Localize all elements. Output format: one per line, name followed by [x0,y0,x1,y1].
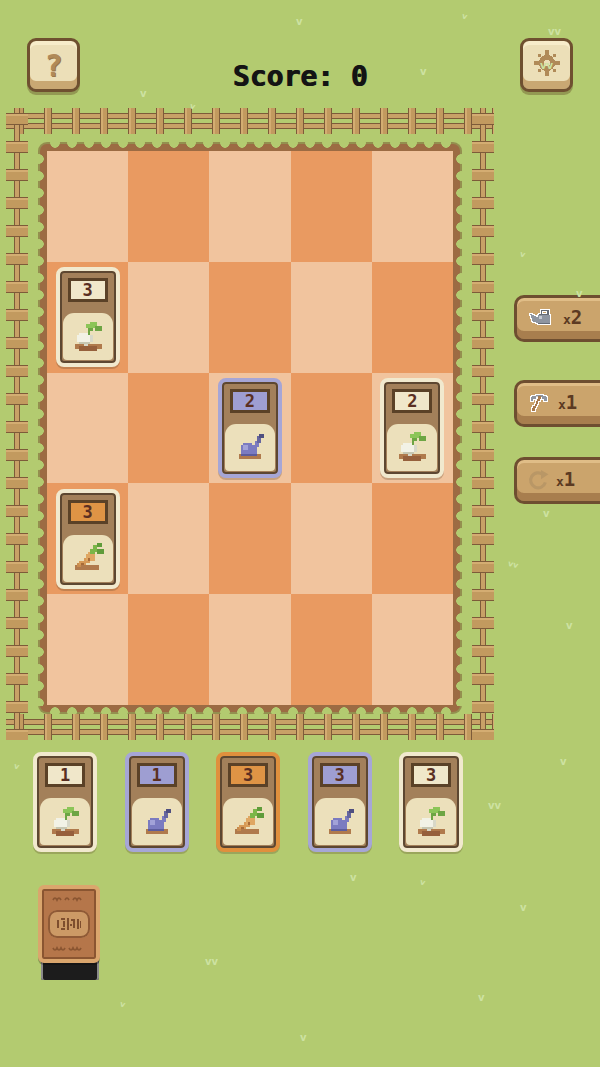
board-cell-r2c0[interactable] [47,373,128,484]
board-cell-r4c2[interactable] [209,594,290,705]
grass-tuft: v [478,992,485,1003]
board-card-eggplant-2[interactable]: 2 [218,378,282,478]
fence-top [6,108,494,134]
card-crop-panel [63,313,113,360]
grass-tuft: v [566,620,573,631]
card-value-plate: 3 [411,763,451,787]
grass-tuft: vv [507,559,519,570]
tool-count: x1 [556,468,575,490]
board-cell-r4c4[interactable] [372,594,453,705]
deck-base [41,960,99,980]
eggplant-icon [322,802,358,842]
hand-card-eggplant-3[interactable]: 3 [308,752,372,852]
pickaxe-icon [526,390,553,417]
grass-tuft: v [350,872,357,883]
board-grid: 3 2 2 3 [47,151,453,705]
settings-button[interactable] [520,38,573,92]
card-value-plate: 3 [68,500,108,524]
gear-icon [532,48,562,82]
deck[interactable] [38,885,100,980]
card-value: 3 [82,280,92,300]
grass-tuft: v [419,878,426,888]
grass-tuft: v [296,16,303,27]
score-label: Score: 0 [0,60,600,93]
grass-tuft: vv [548,26,561,37]
hand-card-eggplant-1[interactable]: 1 [125,752,189,852]
board-cell-r2c1[interactable] [128,373,209,484]
board-cell-r0c2[interactable] [209,151,290,262]
card-value: 3 [82,502,92,522]
board-cell-r4c1[interactable] [128,594,209,705]
board-cell-r0c3[interactable] [291,151,372,262]
tool-count: x1 [558,391,577,413]
board-cell-r3c0[interactable]: 3 [47,483,128,594]
game-screen: ? Score: 0 3 [0,0,600,1067]
fence-bottom [6,714,494,740]
grass-tuft: v [13,762,20,772]
deck-squiggle-top [51,895,87,902]
board-cell-r1c0[interactable]: 3 [47,262,128,373]
hand-card-carrot-3[interactable]: 3 [216,752,280,852]
tool-watering-can-button[interactable]: x2 [514,295,600,342]
deck-squiggle-bottom [51,946,87,953]
tool-pickaxe-button[interactable]: x1 [514,380,600,427]
refresh-icon [526,468,551,493]
card-crop-panel [40,798,90,845]
watering-can-icon [526,307,558,331]
carrot-icon [230,802,266,842]
grass-tuft: v [300,1032,307,1043]
board-cell-r0c1[interactable] [128,151,209,262]
board-cell-r4c0[interactable] [47,594,128,705]
board-cell-r0c0[interactable] [47,151,128,262]
grass-tuft: v [520,902,527,913]
card-crop-panel [387,424,437,471]
fence-left [6,108,28,740]
tool-refresh-button[interactable]: x1 [514,457,600,504]
board-cell-r2c3[interactable] [291,373,372,484]
tool-count: x2 [563,306,582,328]
card-crop-panel [132,798,182,845]
board-cell-r1c3[interactable] [291,262,372,373]
grass-tuft: v [560,756,567,767]
card-value: 2 [407,391,417,411]
grass-tuft: v [119,1000,126,1010]
card-value: 3 [243,765,253,785]
card-value-plate: 3 [68,278,108,302]
card-value-plate: 1 [45,763,85,787]
board-card-turnip-3[interactable]: 3 [56,267,120,367]
board-cell-r2c4[interactable]: 2 [372,373,453,484]
grass-tuft: v [543,508,550,519]
hand: 1 1 3 3 3 [33,752,463,852]
carrot-icon [70,538,106,578]
card-value: 2 [245,391,255,411]
hand-card-turnip-3[interactable]: 3 [399,752,463,852]
board-cell-r3c3[interactable] [291,483,372,594]
card-value: 1 [60,765,70,785]
score-text: Score: [233,60,334,93]
board: 3 2 2 3 [40,144,460,712]
board-cell-r3c4[interactable] [372,483,453,594]
board-card-carrot-3[interactable]: 3 [56,489,120,589]
board-cell-r3c1[interactable] [128,483,209,594]
turnip-icon [413,802,449,842]
card-value-plate: 1 [137,763,177,787]
card-value-plate: 2 [392,389,432,413]
turnip-icon [70,317,106,357]
card-value: 1 [151,765,161,785]
score-value: 0 [351,60,368,93]
grass-tuft: vv [488,800,501,811]
card-value-plate: 3 [320,763,360,787]
board-cell-r1c2[interactable] [209,262,290,373]
card-value: 3 [334,765,344,785]
card-value: 3 [426,765,436,785]
grass-tuft: v [461,12,468,22]
card-crop-panel [225,424,275,471]
board-cell-r1c1[interactable] [128,262,209,373]
turnip-icon [394,427,430,467]
eggplant-icon [139,802,175,842]
deck-emblem [48,910,90,938]
hand-card-turnip-1[interactable]: 1 [33,752,97,852]
grass-tuft: v [519,250,526,260]
board-cell-r0c4[interactable] [372,151,453,262]
fence-right [472,108,494,740]
board-cell-r1c4[interactable] [372,262,453,373]
board-cell-r3c2[interactable] [209,483,290,594]
card-crop-panel [223,798,273,845]
card-crop-panel [406,798,456,845]
card-crop-panel [63,535,113,582]
board-cell-r4c3[interactable] [291,594,372,705]
eggplant-icon [232,427,268,467]
grass-tuft: vv [205,956,218,967]
board-card-turnip-2[interactable]: 2 [380,378,444,478]
card-value-plate: 2 [230,389,270,413]
turnip-icon [47,802,83,842]
card-crop-panel [315,798,365,845]
card-value-plate: 3 [228,763,268,787]
deck-card-back [38,885,100,963]
board-cell-r2c2[interactable]: 2 [209,373,290,484]
